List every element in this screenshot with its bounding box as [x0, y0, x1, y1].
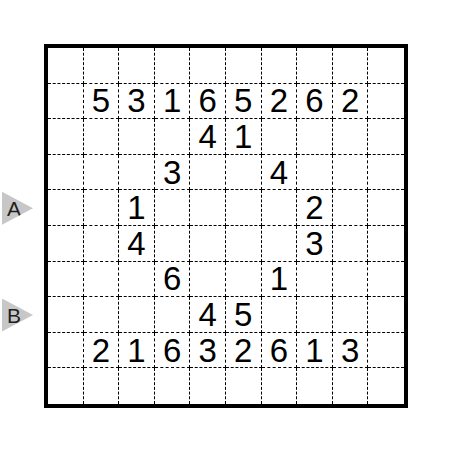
cell-r3c7[interactable]: [262, 119, 298, 155]
cell-r4c1[interactable]: [48, 155, 84, 191]
cell-r10c7[interactable]: [262, 368, 298, 404]
cell-r4c2[interactable]: [84, 155, 120, 191]
cell-r4c3[interactable]: [119, 155, 155, 191]
cell-r8c7[interactable]: [262, 297, 298, 333]
cell-r7c8[interactable]: [297, 262, 333, 298]
cell-r9c10[interactable]: [368, 333, 404, 369]
puzzle-stage: 5316526241341243614521632613 AB: [0, 0, 452, 454]
cell-r6c5[interactable]: [190, 226, 226, 262]
cell-r3c1[interactable]: [48, 119, 84, 155]
row-marker-label: B: [7, 305, 21, 326]
given-clue-r9c6: 2: [226, 333, 262, 369]
cell-r4c9[interactable]: [333, 155, 369, 191]
given-clue-r2c5: 6: [190, 84, 226, 120]
cell-r1c5[interactable]: [190, 48, 226, 84]
cell-r3c10[interactable]: [368, 119, 404, 155]
given-clue-r5c3: 1: [119, 190, 155, 226]
cell-r7c6[interactable]: [226, 262, 262, 298]
cell-r8c9[interactable]: [333, 297, 369, 333]
cell-r10c8[interactable]: [297, 368, 333, 404]
given-clue-r8c6: 5: [226, 297, 262, 333]
given-clue-r4c7: 4: [262, 155, 298, 191]
given-clue-r5c8: 2: [297, 190, 333, 226]
given-clue-r2c7: 2: [262, 84, 298, 120]
given-clue-r9c9: 3: [333, 333, 369, 369]
cell-r7c1[interactable]: [48, 262, 84, 298]
cell-r6c4[interactable]: [155, 226, 191, 262]
cell-r10c1[interactable]: [48, 368, 84, 404]
cell-r3c9[interactable]: [333, 119, 369, 155]
cell-r1c3[interactable]: [119, 48, 155, 84]
given-clue-r9c7: 6: [262, 333, 298, 369]
cell-r1c6[interactable]: [226, 48, 262, 84]
given-clue-r4c4: 3: [155, 155, 191, 191]
cell-r9c1[interactable]: [48, 333, 84, 369]
puzzle-board: 5316526241341243614521632613: [44, 44, 408, 408]
given-clue-r3c5: 4: [190, 119, 226, 155]
given-clue-r6c3: 4: [119, 226, 155, 262]
given-clue-r9c8: 1: [297, 333, 333, 369]
given-clue-r9c4: 6: [155, 333, 191, 369]
given-clue-r9c3: 1: [119, 333, 155, 369]
cell-r5c4[interactable]: [155, 190, 191, 226]
given-clue-r2c3: 3: [119, 84, 155, 120]
cell-r7c9[interactable]: [333, 262, 369, 298]
cell-r1c1[interactable]: [48, 48, 84, 84]
cell-r4c10[interactable]: [368, 155, 404, 191]
cell-r8c10[interactable]: [368, 297, 404, 333]
cell-r1c7[interactable]: [262, 48, 298, 84]
cell-r6c1[interactable]: [48, 226, 84, 262]
cell-r5c1[interactable]: [48, 190, 84, 226]
given-clue-r9c5: 3: [190, 333, 226, 369]
cell-r6c6[interactable]: [226, 226, 262, 262]
cell-r8c8[interactable]: [297, 297, 333, 333]
cell-r4c8[interactable]: [297, 155, 333, 191]
row-marker-A-arrow-icon: A: [2, 192, 33, 225]
cell-r8c2[interactable]: [84, 297, 120, 333]
cell-r3c2[interactable]: [84, 119, 120, 155]
cell-r5c7[interactable]: [262, 190, 298, 226]
cell-r4c6[interactable]: [226, 155, 262, 191]
given-clue-r8c5: 4: [190, 297, 226, 333]
given-clue-r3c6: 1: [226, 119, 262, 155]
cell-r5c6[interactable]: [226, 190, 262, 226]
cell-r3c4[interactable]: [155, 119, 191, 155]
cell-r1c9[interactable]: [333, 48, 369, 84]
row-marker-label: A: [7, 198, 21, 219]
cell-r10c9[interactable]: [333, 368, 369, 404]
given-clue-r2c8: 6: [297, 84, 333, 120]
given-clue-r2c9: 2: [333, 84, 369, 120]
cell-r7c10[interactable]: [368, 262, 404, 298]
cell-r10c4[interactable]: [155, 368, 191, 404]
cell-r5c2[interactable]: [84, 190, 120, 226]
cell-r5c10[interactable]: [368, 190, 404, 226]
given-clue-r9c2: 2: [84, 333, 120, 369]
given-clue-r7c7: 1: [262, 262, 298, 298]
given-clue-r6c8: 3: [297, 226, 333, 262]
cell-r7c2[interactable]: [84, 262, 120, 298]
cell-r10c10[interactable]: [368, 368, 404, 404]
cell-r2c1[interactable]: [48, 84, 84, 120]
cell-r3c8[interactable]: [297, 119, 333, 155]
cell-r5c5[interactable]: [190, 190, 226, 226]
row-marker-B-arrow-icon: B: [2, 299, 33, 332]
cell-r8c4[interactable]: [155, 297, 191, 333]
given-clue-r7c4: 6: [155, 262, 191, 298]
cell-r10c3[interactable]: [119, 368, 155, 404]
cell-r2c10[interactable]: [368, 84, 404, 120]
cell-r5c9[interactable]: [333, 190, 369, 226]
cell-r6c7[interactable]: [262, 226, 298, 262]
cell-r10c6[interactable]: [226, 368, 262, 404]
cell-r10c2[interactable]: [84, 368, 120, 404]
cell-r7c5[interactable]: [190, 262, 226, 298]
cell-r8c3[interactable]: [119, 297, 155, 333]
given-clue-r2c4: 1: [155, 84, 191, 120]
cell-r3c3[interactable]: [119, 119, 155, 155]
cell-r8c1[interactable]: [48, 297, 84, 333]
given-clue-r2c6: 5: [226, 84, 262, 120]
cell-r6c10[interactable]: [368, 226, 404, 262]
cell-r1c2[interactable]: [84, 48, 120, 84]
given-clue-r2c2: 5: [84, 84, 120, 120]
cell-r10c5[interactable]: [190, 368, 226, 404]
cell-r6c9[interactable]: [333, 226, 369, 262]
cell-r6c2[interactable]: [84, 226, 120, 262]
cell-r1c4[interactable]: [155, 48, 191, 84]
cell-r7c3[interactable]: [119, 262, 155, 298]
cell-r1c8[interactable]: [297, 48, 333, 84]
cell-r4c5[interactable]: [190, 155, 226, 191]
cell-r1c10[interactable]: [368, 48, 404, 84]
